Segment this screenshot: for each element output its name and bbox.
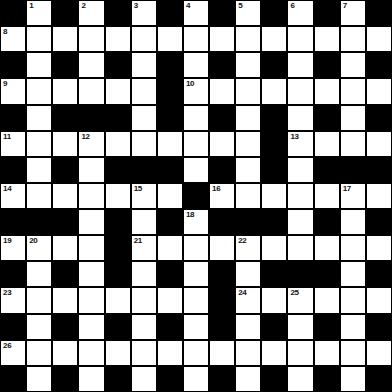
- black-cell-r8c2: [52, 209, 78, 235]
- white-cell-r6c9[interactable]: [235, 157, 261, 183]
- black-cell-r12c10: [261, 314, 287, 340]
- white-cell-r7c8[interactable]: 16: [209, 183, 235, 209]
- black-cell-r14c10: [261, 366, 287, 392]
- black-cell-r8c6: [157, 209, 183, 235]
- white-cell-r3c0[interactable]: 9: [0, 78, 26, 104]
- white-cell-r9c2[interactable]: [52, 235, 78, 261]
- white-cell-r5c0[interactable]: 11: [0, 131, 26, 157]
- black-cell-r0c0: [0, 0, 26, 26]
- black-cell-r6c2: [52, 157, 78, 183]
- clue-number-14: 14: [3, 184, 11, 194]
- white-cell-r10c9[interactable]: [235, 261, 261, 287]
- white-cell-r4c13[interactable]: [340, 105, 366, 131]
- black-cell-r2c10: [261, 52, 287, 78]
- black-cell-r8c8: [209, 209, 235, 235]
- clue-number-23: 23: [3, 288, 11, 298]
- black-cell-r4c6: [157, 105, 183, 131]
- white-cell-r10c7[interactable]: [183, 261, 209, 287]
- white-cell-r1c10[interactable]: [261, 26, 287, 52]
- white-cell-r14c1[interactable]: [26, 366, 52, 392]
- black-cell-r12c8: [209, 314, 235, 340]
- black-cell-r3c6: [157, 78, 183, 104]
- black-cell-r5c10: [261, 131, 287, 157]
- black-cell-r4c8: [209, 105, 235, 131]
- white-cell-r0c1[interactable]: 1: [26, 0, 52, 26]
- white-cell-r12c1[interactable]: [26, 314, 52, 340]
- white-cell-r4c9[interactable]: [235, 105, 261, 131]
- clue-number-21: 21: [134, 236, 142, 246]
- white-cell-r6c1[interactable]: [26, 157, 52, 183]
- white-cell-r11c14[interactable]: [366, 287, 392, 313]
- white-cell-r6c11[interactable]: [287, 157, 313, 183]
- white-cell-r7c13[interactable]: 17: [340, 183, 366, 209]
- white-cell-r4c11[interactable]: [287, 105, 313, 131]
- white-cell-r5c8[interactable]: [209, 131, 235, 157]
- white-cell-r9c13[interactable]: [340, 235, 366, 261]
- black-cell-r0c8: [209, 0, 235, 26]
- white-cell-r13c1[interactable]: [26, 340, 52, 366]
- white-cell-r7c11[interactable]: [287, 183, 313, 209]
- clue-number-2: 2: [81, 1, 85, 11]
- black-cell-r10c14: [366, 261, 392, 287]
- black-cell-r6c4: [105, 157, 131, 183]
- white-cell-r1c2[interactable]: [52, 26, 78, 52]
- white-cell-r7c14[interactable]: [366, 183, 392, 209]
- white-cell-r5c4[interactable]: [105, 131, 131, 157]
- white-cell-r5c5[interactable]: [131, 131, 157, 157]
- white-cell-r8c11[interactable]: [287, 209, 313, 235]
- black-cell-r4c12: [314, 105, 340, 131]
- black-cell-r12c6: [157, 314, 183, 340]
- white-cell-r0c11[interactable]: 6: [287, 0, 313, 26]
- white-cell-r12c11[interactable]: [287, 314, 313, 340]
- black-cell-r4c0: [0, 105, 26, 131]
- white-cell-r5c12[interactable]: [314, 131, 340, 157]
- black-cell-r14c0: [0, 366, 26, 392]
- clue-number-1: 1: [29, 1, 33, 11]
- white-cell-r9c14[interactable]: [366, 235, 392, 261]
- black-cell-r2c8: [209, 52, 235, 78]
- white-cell-r14c11[interactable]: [287, 366, 313, 392]
- white-cell-r11c6[interactable]: [157, 287, 183, 313]
- white-cell-r13c6[interactable]: [157, 340, 183, 366]
- white-cell-r5c3[interactable]: 12: [78, 131, 104, 157]
- clue-number-15: 15: [134, 184, 142, 194]
- white-cell-r1c11[interactable]: [287, 26, 313, 52]
- white-cell-r3c8[interactable]: [209, 78, 235, 104]
- black-cell-r10c10: [261, 261, 287, 287]
- black-cell-r2c2: [52, 52, 78, 78]
- white-cell-r9c9[interactable]: 22: [235, 235, 261, 261]
- white-cell-r4c7[interactable]: [183, 105, 209, 131]
- white-cell-r1c4[interactable]: [105, 26, 131, 52]
- white-cell-r3c13[interactable]: [340, 78, 366, 104]
- white-cell-r11c7[interactable]: [183, 287, 209, 313]
- white-cell-r3c11[interactable]: [287, 78, 313, 104]
- white-cell-r5c9[interactable]: [235, 131, 261, 157]
- white-cell-r3c1[interactable]: [26, 78, 52, 104]
- white-cell-r0c9[interactable]: 5: [235, 0, 261, 26]
- white-cell-r12c9[interactable]: [235, 314, 261, 340]
- black-cell-r2c6: [157, 52, 183, 78]
- clue-number-17: 17: [343, 184, 351, 194]
- black-cell-r2c14: [366, 52, 392, 78]
- white-cell-r9c11[interactable]: [287, 235, 313, 261]
- clue-number-5: 5: [238, 1, 242, 11]
- black-cell-r0c2: [52, 0, 78, 26]
- black-cell-r8c10: [261, 209, 287, 235]
- black-cell-r0c14: [366, 0, 392, 26]
- white-cell-r11c10[interactable]: [261, 287, 287, 313]
- black-cell-r6c12: [314, 157, 340, 183]
- black-cell-r12c0: [0, 314, 26, 340]
- black-cell-r6c5: [131, 157, 157, 183]
- white-cell-r13c4[interactable]: [105, 340, 131, 366]
- black-cell-r8c9: [235, 209, 261, 235]
- black-cell-r0c4: [105, 0, 131, 26]
- white-cell-r3c14[interactable]: [366, 78, 392, 104]
- white-cell-r1c1[interactable]: [26, 26, 52, 52]
- white-cell-r3c2[interactable]: [52, 78, 78, 104]
- white-cell-r13c2[interactable]: [52, 340, 78, 366]
- black-cell-r12c4: [105, 314, 131, 340]
- black-cell-r10c0: [0, 261, 26, 287]
- white-cell-r11c2[interactable]: [52, 287, 78, 313]
- white-cell-r5c2[interactable]: [52, 131, 78, 157]
- white-cell-r9c8[interactable]: [209, 235, 235, 261]
- white-cell-r14c5[interactable]: [131, 366, 157, 392]
- white-cell-r2c11[interactable]: [287, 52, 313, 78]
- black-cell-r8c1: [26, 209, 52, 235]
- white-cell-r9c10[interactable]: [261, 235, 287, 261]
- white-cell-r9c6[interactable]: [157, 235, 183, 261]
- black-cell-r10c11: [287, 261, 313, 287]
- black-cell-r12c2: [52, 314, 78, 340]
- white-cell-r1c14[interactable]: [366, 26, 392, 52]
- black-cell-r4c2: [52, 105, 78, 131]
- white-cell-r5c13[interactable]: [340, 131, 366, 157]
- white-cell-r1c13[interactable]: [340, 26, 366, 52]
- black-cell-r8c4: [105, 209, 131, 235]
- white-cell-r12c5[interactable]: [131, 314, 157, 340]
- white-cell-r0c7[interactable]: 4: [183, 0, 209, 26]
- white-cell-r7c4[interactable]: [105, 183, 131, 209]
- white-cell-r12c13[interactable]: [340, 314, 366, 340]
- clue-number-26: 26: [3, 341, 11, 351]
- white-cell-r11c5[interactable]: [131, 287, 157, 313]
- clue-number-16: 16: [212, 184, 220, 194]
- white-cell-r14c7[interactable]: [183, 366, 209, 392]
- white-cell-r7c10[interactable]: [261, 183, 287, 209]
- clue-number-4: 4: [186, 1, 190, 11]
- clue-number-6: 6: [290, 1, 294, 11]
- black-cell-r6c13: [340, 157, 366, 183]
- white-cell-r8c5[interactable]: [131, 209, 157, 235]
- black-cell-r8c12: [314, 209, 340, 235]
- white-cell-r7c12[interactable]: [314, 183, 340, 209]
- white-cell-r10c1[interactable]: [26, 261, 52, 287]
- white-cell-r13c0[interactable]: 26: [0, 340, 26, 366]
- white-cell-r11c13[interactable]: [340, 287, 366, 313]
- black-cell-r7c7: [183, 183, 209, 209]
- black-cell-r4c10: [261, 105, 287, 131]
- white-cell-r13c13[interactable]: [340, 340, 366, 366]
- black-cell-r10c2: [52, 261, 78, 287]
- black-cell-r4c4: [105, 105, 131, 131]
- white-cell-r2c3[interactable]: [78, 52, 104, 78]
- white-cell-r13c7[interactable]: [183, 340, 209, 366]
- white-cell-r11c11[interactable]: 25: [287, 287, 313, 313]
- white-cell-r13c5[interactable]: [131, 340, 157, 366]
- white-cell-r5c7[interactable]: [183, 131, 209, 157]
- white-cell-r11c12[interactable]: [314, 287, 340, 313]
- white-cell-r5c6[interactable]: [157, 131, 183, 157]
- white-cell-r2c9[interactable]: [235, 52, 261, 78]
- black-cell-r14c4: [105, 366, 131, 392]
- white-cell-r10c13[interactable]: [340, 261, 366, 287]
- white-cell-r10c5[interactable]: [131, 261, 157, 287]
- clue-number-10: 10: [186, 79, 194, 89]
- black-cell-r4c14: [366, 105, 392, 131]
- white-cell-r3c5[interactable]: [131, 78, 157, 104]
- white-cell-r8c13[interactable]: [340, 209, 366, 235]
- white-cell-r7c5[interactable]: 15: [131, 183, 157, 209]
- white-cell-r7c9[interactable]: [235, 183, 261, 209]
- white-cell-r3c3[interactable]: [78, 78, 104, 104]
- white-cell-r2c5[interactable]: [131, 52, 157, 78]
- black-cell-r6c10: [261, 157, 287, 183]
- black-cell-r2c4: [105, 52, 131, 78]
- white-cell-r8c7[interactable]: 18: [183, 209, 209, 235]
- black-cell-r12c14: [366, 314, 392, 340]
- crossword-board: 1234567891011121314151617181920212223242…: [0, 0, 392, 392]
- black-cell-r11c8: [209, 287, 235, 313]
- clue-number-7: 7: [343, 1, 347, 11]
- clue-number-12: 12: [81, 132, 89, 142]
- black-cell-r8c14: [366, 209, 392, 235]
- clue-number-20: 20: [29, 236, 37, 246]
- clue-number-11: 11: [3, 132, 11, 142]
- white-cell-r11c0[interactable]: 23: [0, 287, 26, 313]
- white-cell-r12c7[interactable]: [183, 314, 209, 340]
- white-cell-r4c1[interactable]: [26, 105, 52, 131]
- black-cell-r14c12: [314, 366, 340, 392]
- black-cell-r10c6: [157, 261, 183, 287]
- white-cell-r3c4[interactable]: [105, 78, 131, 104]
- white-cell-r7c1[interactable]: [26, 183, 52, 209]
- white-cell-r4c5[interactable]: [131, 105, 157, 131]
- white-cell-r11c9[interactable]: 24: [235, 287, 261, 313]
- white-cell-r13c11[interactable]: [287, 340, 313, 366]
- white-cell-r5c14[interactable]: [366, 131, 392, 157]
- white-cell-r11c1[interactable]: [26, 287, 52, 313]
- white-cell-r1c0[interactable]: 8: [0, 26, 26, 52]
- white-cell-r5c1[interactable]: [26, 131, 52, 157]
- white-cell-r2c1[interactable]: [26, 52, 52, 78]
- black-cell-r0c12: [314, 0, 340, 26]
- clue-number-19: 19: [3, 236, 11, 246]
- clue-number-25: 25: [290, 288, 298, 298]
- white-cell-r2c13[interactable]: [340, 52, 366, 78]
- black-cell-r8c0: [0, 209, 26, 235]
- black-cell-r6c6: [157, 157, 183, 183]
- white-cell-r8c3[interactable]: [78, 209, 104, 235]
- white-cell-r9c0[interactable]: 19: [0, 235, 26, 261]
- black-cell-r9c4: [105, 235, 131, 261]
- clue-number-13: 13: [290, 132, 298, 142]
- black-cell-r10c4: [105, 261, 131, 287]
- white-cell-r1c7[interactable]: [183, 26, 209, 52]
- white-cell-r9c3[interactable]: [78, 235, 104, 261]
- white-cell-r14c3[interactable]: [78, 366, 104, 392]
- white-cell-r13c3[interactable]: [78, 340, 104, 366]
- white-cell-r9c7[interactable]: [183, 235, 209, 261]
- black-cell-r6c8: [209, 157, 235, 183]
- black-cell-r14c6: [157, 366, 183, 392]
- white-cell-r1c12[interactable]: [314, 26, 340, 52]
- white-cell-r11c4[interactable]: [105, 287, 131, 313]
- white-cell-r0c13[interactable]: 7: [340, 0, 366, 26]
- black-cell-r14c8: [209, 366, 235, 392]
- black-cell-r0c6: [157, 0, 183, 26]
- white-cell-r7c0[interactable]: 14: [0, 183, 26, 209]
- black-cell-r6c0: [0, 157, 26, 183]
- clue-number-8: 8: [3, 27, 7, 37]
- white-cell-r0c3[interactable]: 2: [78, 0, 104, 26]
- clue-number-18: 18: [186, 210, 194, 220]
- black-cell-r10c8: [209, 261, 235, 287]
- black-cell-r0c10: [261, 0, 287, 26]
- clue-number-3: 3: [134, 1, 138, 11]
- white-cell-r14c9[interactable]: [235, 366, 261, 392]
- white-cell-r9c5[interactable]: 21: [131, 235, 157, 261]
- black-cell-r10c12: [314, 261, 340, 287]
- white-cell-r1c9[interactable]: [235, 26, 261, 52]
- white-cell-r5c11[interactable]: 13: [287, 131, 313, 157]
- white-cell-r6c7[interactable]: [183, 157, 209, 183]
- white-cell-r13c9[interactable]: [235, 340, 261, 366]
- black-cell-r12c12: [314, 314, 340, 340]
- white-cell-r7c2[interactable]: [52, 183, 78, 209]
- white-cell-r13c10[interactable]: [261, 340, 287, 366]
- white-cell-r7c6[interactable]: [157, 183, 183, 209]
- white-cell-r0c5[interactable]: 3: [131, 0, 157, 26]
- white-cell-r13c8[interactable]: [209, 340, 235, 366]
- white-cell-r1c8[interactable]: [209, 26, 235, 52]
- white-cell-r12c3[interactable]: [78, 314, 104, 340]
- white-cell-r11c3[interactable]: [78, 287, 104, 313]
- white-cell-r9c12[interactable]: [314, 235, 340, 261]
- black-cell-r2c0: [0, 52, 26, 78]
- white-cell-r1c5[interactable]: [131, 26, 157, 52]
- white-cell-r13c14[interactable]: [366, 340, 392, 366]
- white-cell-r7c3[interactable]: [78, 183, 104, 209]
- white-cell-r3c7[interactable]: 10: [183, 78, 209, 104]
- white-cell-r13c12[interactable]: [314, 340, 340, 366]
- black-cell-r4c3: [78, 105, 104, 131]
- white-cell-r1c6[interactable]: [157, 26, 183, 52]
- white-cell-r10c3[interactable]: [78, 261, 104, 287]
- white-cell-r14c13[interactable]: [340, 366, 366, 392]
- white-cell-r3c10[interactable]: [261, 78, 287, 104]
- clue-number-22: 22: [238, 236, 246, 246]
- black-cell-r2c12: [314, 52, 340, 78]
- clue-number-24: 24: [238, 288, 246, 298]
- white-cell-r9c1[interactable]: 20: [26, 235, 52, 261]
- black-cell-r6c14: [366, 157, 392, 183]
- white-cell-r3c9[interactable]: [235, 78, 261, 104]
- white-cell-r3c12[interactable]: [314, 78, 340, 104]
- white-cell-r2c7[interactable]: [183, 52, 209, 78]
- white-cell-r6c3[interactable]: [78, 157, 104, 183]
- white-cell-r1c3[interactable]: [78, 26, 104, 52]
- black-cell-r14c2: [52, 366, 78, 392]
- black-cell-r14c14: [366, 366, 392, 392]
- clue-number-9: 9: [3, 79, 7, 89]
